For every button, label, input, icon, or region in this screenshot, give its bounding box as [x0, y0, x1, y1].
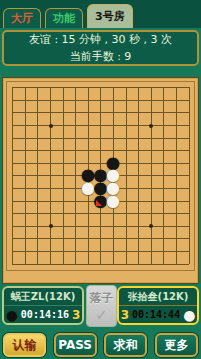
board-intersection[interactable] — [170, 207, 183, 220]
board-intersection[interactable] — [94, 81, 107, 94]
board-intersection[interactable] — [132, 182, 145, 195]
board-intersection[interactable] — [157, 119, 170, 132]
board-intersection[interactable] — [132, 119, 145, 132]
board-intersection[interactable] — [6, 169, 19, 182]
board-intersection[interactable] — [145, 94, 158, 107]
board-intersection[interactable] — [31, 106, 44, 119]
board-intersection[interactable] — [69, 81, 82, 94]
board-intersection[interactable] — [6, 144, 19, 157]
board-intersection[interactable] — [182, 194, 195, 207]
board-intersection[interactable] — [170, 232, 183, 245]
board-intersection[interactable] — [119, 131, 132, 144]
board-intersection[interactable] — [69, 194, 82, 207]
board-intersection[interactable] — [82, 94, 95, 107]
board-intersection[interactable] — [182, 81, 195, 94]
board-intersection[interactable] — [82, 245, 95, 258]
board-intersection[interactable] — [132, 207, 145, 220]
board-intersection[interactable] — [44, 81, 57, 94]
board-intersection[interactable] — [107, 131, 120, 144]
board-intersection[interactable] — [56, 194, 69, 207]
board-intersection[interactable] — [56, 94, 69, 107]
board-intersection[interactable] — [82, 106, 95, 119]
board-intersection[interactable] — [182, 119, 195, 132]
board-intersection[interactable] — [94, 131, 107, 144]
board-intersection[interactable] — [107, 232, 120, 245]
board-intersection[interactable] — [31, 257, 44, 270]
board-intersection[interactable]: ● — [107, 194, 120, 207]
board-intersection[interactable] — [145, 169, 158, 182]
board-intersection[interactable] — [6, 220, 19, 233]
board-intersection[interactable] — [157, 207, 170, 220]
board-intersection[interactable] — [157, 194, 170, 207]
board-intersection[interactable] — [31, 194, 44, 207]
board-intersection[interactable] — [107, 94, 120, 107]
board-intersection[interactable] — [56, 106, 69, 119]
board-intersection[interactable] — [157, 94, 170, 107]
board-intersection[interactable] — [82, 144, 95, 157]
board-intersection[interactable] — [6, 182, 19, 195]
more-button[interactable]: 更多 — [155, 333, 198, 357]
board-intersection[interactable] — [119, 257, 132, 270]
board-intersection[interactable] — [94, 257, 107, 270]
board-intersection[interactable] — [119, 119, 132, 132]
board-intersection[interactable] — [119, 232, 132, 245]
board-intersection[interactable] — [145, 119, 158, 132]
board-intersection[interactable] — [44, 94, 57, 107]
board-intersection[interactable] — [82, 220, 95, 233]
board-intersection[interactable] — [56, 119, 69, 132]
board-intersection[interactable] — [44, 182, 57, 195]
board-intersection[interactable] — [56, 169, 69, 182]
black-player-panel: 蜗王ZL(12K) ● 00:14:16 3 — [2, 286, 84, 325]
board-intersection[interactable] — [157, 106, 170, 119]
board-intersection[interactable] — [31, 94, 44, 107]
board-intersection[interactable] — [56, 220, 69, 233]
board-intersection[interactable] — [170, 157, 183, 170]
board-intersection[interactable] — [69, 131, 82, 144]
tab-lobby[interactable]: 大厅 — [3, 8, 41, 28]
board-intersection[interactable] — [182, 220, 195, 233]
board-intersection[interactable] — [119, 194, 132, 207]
board-intersection[interactable] — [31, 119, 44, 132]
white-stone-icon: ● — [183, 308, 195, 322]
board-intersection[interactable] — [107, 245, 120, 258]
board-intersection[interactable] — [145, 232, 158, 245]
board-intersection[interactable] — [44, 157, 57, 170]
board-intersection[interactable] — [170, 119, 183, 132]
board-intersection[interactable] — [119, 220, 132, 233]
offer-draw-button[interactable]: 求和 — [104, 333, 147, 357]
tab-bar: 大厅 功能 3号房 — [0, 0, 201, 28]
tab-functions[interactable]: 功能 — [45, 8, 83, 28]
board-intersection[interactable] — [119, 144, 132, 157]
board-intersection[interactable] — [132, 131, 145, 144]
white-stone: ● — [106, 195, 120, 207]
black-player-name: 蜗王ZL(12K) — [4, 288, 82, 306]
board-intersection[interactable] — [44, 131, 57, 144]
star-point — [149, 124, 153, 128]
board-intersection[interactable] — [170, 257, 183, 270]
board-intersection[interactable] — [157, 257, 170, 270]
board-intersection[interactable] — [119, 169, 132, 182]
board-intersection[interactable] — [170, 131, 183, 144]
star-point — [49, 124, 53, 128]
board-intersection[interactable] — [94, 245, 107, 258]
board-intersection[interactable] — [145, 144, 158, 157]
board-intersection[interactable] — [119, 157, 132, 170]
board-intersection[interactable] — [182, 245, 195, 258]
board-intersection[interactable] — [157, 144, 170, 157]
board-intersection[interactable] — [170, 94, 183, 107]
board-intersection[interactable] — [31, 157, 44, 170]
board-intersection[interactable] — [69, 245, 82, 258]
board-intersection[interactable] — [132, 245, 145, 258]
board-intersection[interactable] — [19, 157, 32, 170]
board-intersection[interactable] — [6, 119, 19, 132]
board-intersection[interactable] — [44, 144, 57, 157]
board-intersection[interactable] — [145, 245, 158, 258]
board-intersection[interactable] — [132, 81, 145, 94]
board-intersection[interactable] — [182, 182, 195, 195]
go-app-screen: 大厅 功能 3号房 友谊 : 15 分钟 , 30 秒 , 3 次 当前手数 :… — [0, 0, 201, 359]
board-intersection[interactable] — [56, 144, 69, 157]
board-intersection[interactable] — [6, 232, 19, 245]
board-intersection[interactable] — [157, 232, 170, 245]
board-intersection[interactable] — [19, 245, 32, 258]
board-intersection[interactable] — [170, 245, 183, 258]
board-intersection[interactable] — [132, 157, 145, 170]
board-intersection[interactable] — [56, 157, 69, 170]
board-intersection[interactable] — [170, 81, 183, 94]
move-count-text: 当前手数 : 9 — [4, 49, 197, 64]
board-intersection[interactable] — [182, 257, 195, 270]
board-intersection[interactable] — [56, 131, 69, 144]
board-intersection[interactable] — [132, 257, 145, 270]
board-intersection[interactable] — [182, 207, 195, 220]
board-intersection[interactable] — [82, 232, 95, 245]
board-intersection[interactable] — [94, 106, 107, 119]
board-intersection[interactable] — [145, 220, 158, 233]
board-intersection[interactable] — [119, 245, 132, 258]
board-intersection[interactable] — [44, 169, 57, 182]
board-intersection[interactable] — [145, 207, 158, 220]
board-intersection[interactable] — [94, 94, 107, 107]
board-intersection[interactable] — [31, 220, 44, 233]
board-intersection[interactable] — [170, 144, 183, 157]
board-intersection[interactable] — [44, 232, 57, 245]
board-intersection[interactable] — [145, 106, 158, 119]
board-intersection[interactable] — [69, 257, 82, 270]
board-intersection[interactable] — [6, 81, 19, 94]
black-player-clock: 00:14:16 — [21, 309, 69, 320]
board-intersection[interactable] — [31, 144, 44, 157]
board-intersection[interactable] — [69, 232, 82, 245]
check-icon: ✓ — [95, 308, 108, 322]
board-intersection[interactable] — [82, 119, 95, 132]
board-intersection[interactable] — [56, 245, 69, 258]
board-intersection[interactable] — [145, 194, 158, 207]
board-intersection[interactable] — [132, 144, 145, 157]
board-grid[interactable]: ●●●●●●●●● — [6, 81, 195, 270]
board-intersection[interactable] — [19, 131, 32, 144]
board-intersection[interactable] — [44, 245, 57, 258]
board-intersection[interactable] — [31, 182, 44, 195]
board-intersection[interactable] — [119, 94, 132, 107]
game-rules-text: 友谊 : 15 分钟 , 30 秒 , 3 次 — [4, 32, 197, 47]
board-intersection[interactable] — [119, 182, 132, 195]
board-intersection[interactable] — [44, 257, 57, 270]
board-intersection[interactable] — [56, 232, 69, 245]
board-intersection[interactable] — [69, 207, 82, 220]
board-intersection[interactable] — [19, 106, 32, 119]
board-intersection[interactable] — [94, 220, 107, 233]
board-intersection[interactable] — [6, 131, 19, 144]
board-intersection[interactable] — [44, 220, 57, 233]
board-intersection[interactable] — [44, 194, 57, 207]
board-intersection[interactable] — [119, 81, 132, 94]
board-intersection[interactable] — [107, 119, 120, 132]
place-stone-button[interactable]: 落子 ✓ — [86, 285, 117, 327]
board-intersection[interactable] — [6, 194, 19, 207]
board-intersection[interactable] — [19, 119, 32, 132]
board-intersection[interactable] — [182, 144, 195, 157]
board-intersection[interactable] — [6, 106, 19, 119]
board-intersection[interactable] — [19, 169, 32, 182]
board-intersection[interactable] — [182, 94, 195, 107]
board-intersection[interactable] — [157, 131, 170, 144]
board-intersection[interactable] — [145, 131, 158, 144]
board-intersection[interactable] — [19, 220, 32, 233]
board-intersection[interactable]: ● — [94, 194, 107, 207]
board-intersection[interactable] — [182, 157, 195, 170]
board-intersection[interactable] — [107, 106, 120, 119]
board-intersection[interactable] — [157, 220, 170, 233]
board-intersection[interactable] — [82, 257, 95, 270]
game-info-panel: 友谊 : 15 分钟 , 30 秒 , 3 次 当前手数 : 9 — [2, 30, 199, 66]
white-player-name: 张拾叁(12K) — [119, 288, 197, 306]
board-intersection[interactable] — [157, 169, 170, 182]
board-intersection[interactable] — [31, 207, 44, 220]
board-intersection[interactable] — [69, 169, 82, 182]
action-button-bar: 认输 PASS 求和 更多 — [0, 331, 201, 359]
black-stone-icon: ● — [6, 308, 18, 322]
board-intersection[interactable] — [6, 207, 19, 220]
pass-button[interactable]: PASS — [54, 333, 97, 357]
board-intersection[interactable] — [94, 232, 107, 245]
board-intersection[interactable] — [69, 119, 82, 132]
board-intersection[interactable] — [132, 232, 145, 245]
board-intersection[interactable] — [170, 169, 183, 182]
tab-room-3[interactable]: 3号房 — [87, 4, 133, 28]
board-intersection[interactable] — [56, 207, 69, 220]
board-intersection[interactable] — [69, 157, 82, 170]
board-intersection[interactable] — [6, 157, 19, 170]
board-intersection[interactable] — [94, 119, 107, 132]
board-intersection[interactable] — [69, 144, 82, 157]
board-intersection[interactable] — [31, 169, 44, 182]
board-intersection[interactable] — [132, 106, 145, 119]
go-board[interactable]: ●●●●●●●●● — [2, 77, 199, 284]
board-intersection[interactable] — [6, 257, 19, 270]
board-intersection[interactable] — [82, 131, 95, 144]
board-intersection[interactable] — [19, 94, 32, 107]
board-intersection[interactable] — [56, 81, 69, 94]
board-intersection[interactable] — [56, 257, 69, 270]
board-intersection[interactable] — [44, 119, 57, 132]
board-intersection[interactable] — [107, 257, 120, 270]
board-intersection[interactable] — [107, 81, 120, 94]
board-intersection[interactable] — [19, 194, 32, 207]
board-intersection[interactable] — [19, 257, 32, 270]
board-intersection[interactable] — [182, 232, 195, 245]
board-intersection[interactable] — [19, 232, 32, 245]
board-intersection[interactable] — [6, 245, 19, 258]
white-player-panel: 张拾叁(12K) 3 00:14:44 ● — [117, 286, 199, 325]
board-intersection[interactable] — [170, 220, 183, 233]
board-intersection[interactable] — [157, 157, 170, 170]
board-intersection[interactable] — [157, 182, 170, 195]
board-intersection[interactable] — [44, 207, 57, 220]
board-intersection[interactable] — [132, 220, 145, 233]
board-intersection[interactable] — [31, 232, 44, 245]
board-intersection[interactable] — [31, 245, 44, 258]
last-move-marker — [96, 200, 102, 206]
board-intersection[interactable] — [145, 257, 158, 270]
white-byoyomi-count: 3 — [121, 308, 129, 322]
board-intersection[interactable] — [145, 81, 158, 94]
board-intersection[interactable] — [119, 106, 132, 119]
star-point — [149, 224, 153, 228]
board-intersection[interactable] — [31, 81, 44, 94]
board-intersection[interactable] — [157, 81, 170, 94]
resign-button[interactable]: 认输 — [3, 333, 46, 357]
board-intersection[interactable] — [132, 194, 145, 207]
star-point — [49, 224, 53, 228]
board-intersection[interactable] — [182, 131, 195, 144]
board-intersection[interactable] — [170, 182, 183, 195]
board-intersection[interactable] — [170, 106, 183, 119]
board-intersection[interactable] — [69, 94, 82, 107]
place-stone-label: 落子 — [90, 290, 114, 307]
board-intersection[interactable] — [182, 169, 195, 182]
board-intersection[interactable] — [145, 182, 158, 195]
board-intersection[interactable] — [107, 220, 120, 233]
board-intersection[interactable] — [19, 182, 32, 195]
board-intersection[interactable] — [157, 245, 170, 258]
board-intersection[interactable] — [170, 194, 183, 207]
board-intersection[interactable] — [44, 106, 57, 119]
board-intersection[interactable] — [145, 157, 158, 170]
board-intersection[interactable] — [94, 144, 107, 157]
board-intersection[interactable] — [56, 182, 69, 195]
board-intersection[interactable] — [19, 144, 32, 157]
board-intersection[interactable] — [69, 182, 82, 195]
black-byoyomi-count: 3 — [72, 308, 80, 322]
board-intersection[interactable] — [132, 169, 145, 182]
board-intersection[interactable] — [182, 106, 195, 119]
board-intersection[interactable] — [82, 81, 95, 94]
board-intersection[interactable] — [31, 131, 44, 144]
board-intersection[interactable] — [69, 220, 82, 233]
player-info-row: 蜗王ZL(12K) ● 00:14:16 3 落子 ✓ 张拾叁(12K) 3 0… — [0, 286, 201, 326]
white-player-clock: 00:14:44 — [132, 309, 180, 320]
board-intersection[interactable] — [119, 207, 132, 220]
board-intersection[interactable] — [19, 207, 32, 220]
board-intersection[interactable] — [69, 106, 82, 119]
board-intersection[interactable] — [132, 94, 145, 107]
board-intersection[interactable] — [19, 81, 32, 94]
board-intersection[interactable] — [6, 94, 19, 107]
